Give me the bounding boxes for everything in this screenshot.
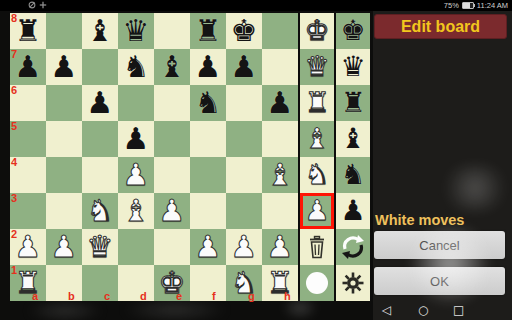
white-piece: ♛ (87, 229, 114, 265)
cancel-button[interactable]: Cancel (374, 231, 505, 259)
square-h6[interactable]: ♟ (262, 85, 298, 121)
square-b4[interactable] (46, 157, 82, 193)
square-e6[interactable] (154, 85, 190, 121)
square-e5[interactable] (154, 121, 190, 157)
square-a1[interactable]: ♜1a (10, 265, 46, 301)
square-f8[interactable]: ♜ (190, 13, 226, 49)
square-d7[interactable]: ♞ (118, 49, 154, 85)
edit-board-label: Edit board (401, 18, 480, 36)
file-label: c (104, 290, 110, 302)
square-g8[interactable]: ♚ (226, 13, 262, 49)
square-c4[interactable] (82, 157, 118, 193)
square-b8[interactable] (46, 13, 82, 49)
cancel-label: Cancel (419, 238, 459, 253)
white-piece: ♟ (15, 229, 42, 265)
white-piece: ♟ (123, 157, 150, 193)
square-d1[interactable]: d (118, 265, 154, 301)
black-knight-glyph: ♞ (340, 158, 365, 192)
status-left-icons (28, 1, 47, 9)
white-piece: ♟ (51, 229, 78, 265)
palette-black-bishop[interactable]: ♝ (336, 121, 370, 157)
square-c7[interactable] (82, 49, 118, 85)
white-piece: ♞ (87, 193, 114, 229)
white-piece: ♟ (267, 229, 294, 265)
blur-artifact (25, 303, 105, 319)
white-piece: ♟ (159, 193, 186, 229)
black-bishop-glyph: ♝ (340, 122, 365, 156)
black-piece: ♟ (267, 85, 294, 121)
square-a7[interactable]: ♟7 (10, 49, 46, 85)
square-h7[interactable] (262, 49, 298, 85)
black-piece: ♞ (195, 85, 222, 121)
white-rook-glyph: ♜ (304, 86, 329, 120)
palette-black-rook[interactable]: ♜ (336, 85, 370, 121)
square-f4[interactable] (190, 157, 226, 193)
square-e2[interactable] (154, 229, 190, 265)
square-d5[interactable]: ♟ (118, 121, 154, 157)
palette-black-queen[interactable]: ♛ (336, 49, 370, 85)
nav-back-button[interactable]: ◁ (382, 303, 391, 317)
square-h4[interactable]: ♝ (262, 157, 298, 193)
square-a2[interactable]: ♟2 (10, 229, 46, 265)
square-g5[interactable] (226, 121, 262, 157)
black-piece: ♜ (195, 13, 222, 49)
square-f3[interactable] (190, 193, 226, 229)
black-piece: ♟ (51, 49, 78, 85)
side-to-move-text: White moves (375, 212, 464, 228)
palette-white-rook[interactable]: ♜ (300, 85, 334, 121)
black-piece: ♟ (87, 85, 114, 121)
palette-black-pawn[interactable]: ♟ (336, 193, 370, 229)
square-h2[interactable]: ♟ (262, 229, 298, 265)
battery-icon (462, 2, 474, 9)
square-g3[interactable] (226, 193, 262, 229)
square-h8[interactable] (262, 13, 298, 49)
palette-black-knight[interactable]: ♞ (336, 157, 370, 193)
rank-label: 6 (11, 84, 17, 96)
black-piece: ♝ (87, 13, 114, 49)
app-screen: 75% 11:24 AM ♜8♝♛♜♚♟7♟♞♝♟♟6♟♞♟5♟4♟♝3♞♝♟♟… (0, 0, 512, 320)
file-label: b (68, 290, 75, 302)
white-piece: ♚ (159, 265, 186, 301)
white-piece: ♟ (195, 229, 222, 265)
ok-label: OK (430, 274, 449, 289)
white-piece: ♜ (15, 265, 42, 301)
blur-artifact (120, 300, 230, 320)
rank-label: 5 (11, 120, 17, 132)
black-piece: ♟ (195, 49, 222, 85)
piece-palette[interactable]: ♚♚♛♛♜♜♝♝♞♞♟♟ (300, 13, 370, 301)
square-d4[interactable]: ♟ (118, 157, 154, 193)
square-c1[interactable]: c (82, 265, 118, 301)
black-piece: ♜ (15, 13, 42, 49)
ok-button[interactable]: OK (374, 267, 505, 295)
white-piece: ♝ (267, 157, 294, 193)
palette-white-bishop[interactable]: ♝ (300, 121, 334, 157)
palette-white-knight[interactable]: ♞ (300, 157, 334, 193)
black-piece: ♞ (123, 49, 150, 85)
plus-icon (39, 1, 47, 9)
white-piece: ♝ (123, 193, 150, 229)
white-piece: ♟ (231, 229, 258, 265)
square-f1[interactable]: f (190, 265, 226, 301)
square-c6[interactable]: ♟ (82, 85, 118, 121)
square-g6[interactable] (226, 85, 262, 121)
android-status-bar: 75% 11:24 AM (0, 0, 512, 11)
square-h5[interactable] (262, 121, 298, 157)
black-piece: ♝ (159, 49, 186, 85)
clock: 11:24 AM (477, 1, 508, 10)
square-g2[interactable]: ♟ (226, 229, 262, 265)
square-b1[interactable]: b (46, 265, 82, 301)
delete-piece-button[interactable] (300, 229, 334, 265)
square-d6[interactable] (118, 85, 154, 121)
file-label: f (212, 290, 216, 302)
white-king-glyph: ♚ (304, 14, 329, 48)
square-f2[interactable]: ♟ (190, 229, 226, 265)
black-queen-glyph: ♛ (340, 50, 365, 84)
square-e4[interactable] (154, 157, 190, 193)
android-nav-bar: ◁ ○ □ (373, 302, 512, 320)
square-g4[interactable] (226, 157, 262, 193)
square-c2[interactable]: ♛ (82, 229, 118, 265)
square-g1[interactable]: ♞g (226, 265, 262, 301)
square-f5[interactable] (190, 121, 226, 157)
palette-black-king[interactable]: ♚ (336, 13, 370, 49)
square-e7[interactable]: ♝ (154, 49, 190, 85)
swap-colors-icon (340, 234, 366, 260)
black-pawn-glyph: ♟ (340, 194, 365, 228)
black-piece: ♟ (123, 121, 150, 157)
white-bishop-glyph: ♝ (304, 122, 329, 156)
square-b3[interactable] (46, 193, 82, 229)
white-piece: ♞ (231, 265, 258, 301)
rank-label: 3 (11, 192, 17, 204)
square-d8[interactable]: ♛ (118, 13, 154, 49)
square-a3[interactable]: 3 (10, 193, 46, 229)
square-h1[interactable]: ♜h (262, 265, 298, 301)
file-label: d (140, 290, 147, 302)
square-a8[interactable]: ♜8 (10, 13, 46, 49)
white-pawn-glyph: ♟ (304, 194, 329, 228)
square-b6[interactable] (46, 85, 82, 121)
white-knight-glyph: ♞ (304, 158, 329, 192)
right-panel: Edit board White moves Cancel OK ◁ ○ □ (373, 11, 512, 320)
square-f7[interactable]: ♟ (190, 49, 226, 85)
blur-artifact (283, 300, 317, 316)
square-c3[interactable]: ♞ (82, 193, 118, 229)
square-a5[interactable]: 5 (10, 121, 46, 157)
trash-icon (307, 235, 327, 259)
nav-recents-button[interactable]: □ (453, 303, 464, 317)
black-piece: ♚ (231, 13, 258, 49)
square-b7[interactable]: ♟ (46, 49, 82, 85)
nav-home-button[interactable]: ○ (418, 303, 428, 317)
battery-percent: 75% (444, 1, 459, 10)
black-rook-glyph: ♜ (340, 86, 365, 120)
square-e8[interactable] (154, 13, 190, 49)
palette-white-king[interactable]: ♚ (300, 13, 334, 49)
square-d2[interactable] (118, 229, 154, 265)
blur-artifact (438, 165, 512, 211)
chess-board[interactable]: ♜8♝♛♜♚♟7♟♞♝♟♟6♟♞♟5♟4♟♝3♞♝♟♟2♟♛♟♟♟♜1abcd♚… (10, 13, 298, 301)
black-piece: ♛ (123, 13, 150, 49)
edit-board-button[interactable]: Edit board (374, 14, 507, 39)
rank-label: 4 (11, 156, 17, 168)
palette-white-queen[interactable]: ♛ (300, 49, 334, 85)
square-d3[interactable]: ♝ (118, 193, 154, 229)
square-e1[interactable]: ♚e (154, 265, 190, 301)
settings-button[interactable] (336, 265, 370, 301)
square-f6[interactable]: ♞ (190, 85, 226, 121)
black-piece: ♟ (231, 49, 258, 85)
square-e3[interactable]: ♟ (154, 193, 190, 229)
black-king-glyph: ♚ (340, 14, 365, 48)
gear-icon (341, 271, 365, 295)
square-a6[interactable]: 6 (10, 85, 46, 121)
palette-white-pawn[interactable]: ♟ (300, 193, 334, 229)
swap-colors-button[interactable] (336, 229, 370, 265)
square-b2[interactable]: ♟ (46, 229, 82, 265)
square-c8[interactable]: ♝ (82, 13, 118, 49)
square-b5[interactable] (46, 121, 82, 157)
white-side-indicator[interactable] (300, 265, 334, 301)
white-piece: ♜ (267, 265, 294, 301)
square-a4[interactable]: 4 (10, 157, 46, 193)
white-circle-icon (306, 272, 328, 294)
square-g7[interactable]: ♟ (226, 49, 262, 85)
square-h3[interactable] (262, 193, 298, 229)
no-signal-icon (28, 1, 36, 9)
square-c5[interactable] (82, 121, 118, 157)
white-queen-glyph: ♛ (304, 50, 329, 84)
black-piece: ♟ (15, 49, 42, 85)
